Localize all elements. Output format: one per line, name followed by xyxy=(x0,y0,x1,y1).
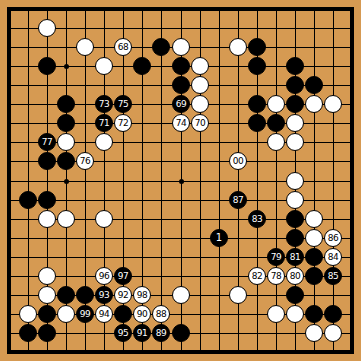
stone-white[interactable] xyxy=(172,38,190,56)
move-number-label: 91 xyxy=(137,329,147,338)
move-number-label: 81 xyxy=(290,253,300,262)
stone-black[interactable] xyxy=(57,286,75,304)
star-point xyxy=(179,179,184,184)
stone-black[interactable] xyxy=(76,286,94,304)
stone-white[interactable] xyxy=(229,286,247,304)
stone-black[interactable] xyxy=(286,76,304,94)
move-number-label: 80 xyxy=(290,272,300,281)
move-number-label: 00 xyxy=(233,157,243,166)
stone-white[interactable] xyxy=(95,210,113,228)
stone-white[interactable] xyxy=(286,191,304,209)
stone-white[interactable] xyxy=(324,95,342,113)
stone-black[interactable] xyxy=(38,57,56,75)
stone-black[interactable] xyxy=(57,114,75,132)
move-number-label: 76 xyxy=(80,157,90,166)
stone-black[interactable] xyxy=(38,324,56,342)
stone-white[interactable]: 68 xyxy=(114,38,132,56)
stone-black[interactable]: 71 xyxy=(95,114,113,132)
stone-white[interactable]: 86 xyxy=(324,229,342,247)
stone-white[interactable]: 78 xyxy=(267,267,285,285)
stone-white[interactable]: 84 xyxy=(324,248,342,266)
star-point xyxy=(64,179,69,184)
stone-black[interactable] xyxy=(286,229,304,247)
stone-black[interactable] xyxy=(248,95,266,113)
move-number-label: 79 xyxy=(271,253,281,262)
stone-black[interactable]: 99 xyxy=(76,305,94,323)
star-point xyxy=(64,64,69,69)
stone-white[interactable]: 96 xyxy=(95,267,113,285)
move-number-label: 72 xyxy=(118,119,128,128)
stone-black[interactable] xyxy=(286,286,304,304)
stone-white[interactable] xyxy=(286,114,304,132)
stone-white[interactable] xyxy=(57,133,75,151)
move-number-label: 73 xyxy=(99,100,109,109)
stone-white[interactable] xyxy=(38,267,56,285)
move-number-label: 74 xyxy=(176,119,186,128)
stone-white[interactable] xyxy=(286,305,304,323)
stone-black[interactable]: 95 xyxy=(114,324,132,342)
stone-black[interactable] xyxy=(38,305,56,323)
move-number-label: 68 xyxy=(118,43,128,52)
stone-black[interactable] xyxy=(38,191,56,209)
stone-white[interactable] xyxy=(76,38,94,56)
stone-white[interactable] xyxy=(57,210,75,228)
stone-white[interactable]: 98 xyxy=(133,286,151,304)
move-number-label: 87 xyxy=(233,196,243,205)
stone-black[interactable] xyxy=(248,114,266,132)
stone-white[interactable] xyxy=(38,210,56,228)
stone-white[interactable]: 76 xyxy=(76,152,94,170)
stone-black[interactable] xyxy=(133,57,151,75)
move-number-label: 86 xyxy=(328,234,338,243)
move-number-label: 85 xyxy=(328,272,338,281)
move-number-label: 96 xyxy=(99,272,109,281)
stone-white[interactable] xyxy=(286,133,304,151)
move-number-label: 95 xyxy=(118,329,128,338)
move-number-label: 84 xyxy=(328,253,338,262)
stone-black[interactable]: 85 xyxy=(324,267,342,285)
stone-black[interactable]: 77 xyxy=(38,133,56,151)
stone-white[interactable] xyxy=(305,210,323,228)
stone-white[interactable]: 88 xyxy=(152,305,170,323)
stone-white[interactable]: 80 xyxy=(286,267,304,285)
stone-white[interactable] xyxy=(57,305,75,323)
move-number-label: 77 xyxy=(42,138,52,147)
stone-black[interactable] xyxy=(305,76,323,94)
stone-white[interactable]: 74 xyxy=(172,114,190,132)
go-diagram: 6873756971727470777600878318679818496978… xyxy=(0,0,361,361)
move-number-label: 89 xyxy=(156,329,166,338)
stone-white[interactable] xyxy=(267,305,285,323)
stone-white[interactable] xyxy=(19,305,37,323)
move-number-label: 71 xyxy=(99,119,109,128)
stone-white[interactable]: 00 xyxy=(229,152,247,170)
stone-black[interactable]: 1 xyxy=(210,229,228,247)
stone-black[interactable] xyxy=(286,95,304,113)
stone-white[interactable] xyxy=(95,57,113,75)
stone-white[interactable] xyxy=(324,324,342,342)
move-number-label: 83 xyxy=(252,215,262,224)
stone-black[interactable] xyxy=(286,57,304,75)
stone-black[interactable] xyxy=(114,305,132,323)
move-number-label: 1 xyxy=(216,233,222,243)
stone-black[interactable] xyxy=(267,114,285,132)
move-number-label: 75 xyxy=(118,100,128,109)
stone-white[interactable]: 92 xyxy=(114,286,132,304)
stone-white[interactable]: 82 xyxy=(248,267,266,285)
move-number-label: 92 xyxy=(118,291,128,300)
go-board: 6873756971727470777600878318679818496978… xyxy=(0,0,361,361)
stone-black[interactable] xyxy=(172,76,190,94)
move-number-label: 90 xyxy=(137,310,147,319)
stone-white[interactable] xyxy=(95,133,113,151)
stone-black[interactable] xyxy=(172,57,190,75)
stone-black[interactable] xyxy=(19,324,37,342)
stone-black[interactable] xyxy=(305,248,323,266)
move-number-label: 99 xyxy=(80,310,90,319)
stone-white[interactable] xyxy=(267,95,285,113)
stone-white[interactable] xyxy=(38,286,56,304)
move-number-label: 69 xyxy=(176,100,186,109)
stone-black[interactable] xyxy=(286,210,304,228)
move-number-label: 97 xyxy=(118,272,128,281)
stone-white[interactable] xyxy=(267,133,285,151)
move-number-label: 88 xyxy=(156,310,166,319)
stone-black[interactable]: 83 xyxy=(248,210,266,228)
stone-white[interactable]: 72 xyxy=(114,114,132,132)
stone-white[interactable] xyxy=(305,324,323,342)
stone-white[interactable] xyxy=(172,286,190,304)
stone-black[interactable]: 97 xyxy=(114,267,132,285)
stone-white[interactable]: 90 xyxy=(133,305,151,323)
move-number-label: 94 xyxy=(99,310,109,319)
stone-black[interactable] xyxy=(38,152,56,170)
stone-black[interactable] xyxy=(172,324,190,342)
stone-white[interactable] xyxy=(286,172,304,190)
stone-black[interactable] xyxy=(152,38,170,56)
stone-black[interactable]: 73 xyxy=(95,95,113,113)
move-number-label: 78 xyxy=(271,272,281,281)
move-number-label: 98 xyxy=(137,291,147,300)
stone-black[interactable]: 89 xyxy=(152,324,170,342)
stone-black[interactable] xyxy=(305,305,323,323)
stone-black[interactable]: 79 xyxy=(267,248,285,266)
stone-white[interactable] xyxy=(38,19,56,37)
stone-black[interactable]: 81 xyxy=(286,248,304,266)
stone-black[interactable]: 91 xyxy=(133,324,151,342)
stone-white[interactable] xyxy=(305,95,323,113)
stone-black[interactable] xyxy=(57,152,75,170)
stone-black[interactable] xyxy=(19,191,37,209)
stone-black[interactable] xyxy=(324,305,342,323)
stone-black[interactable] xyxy=(57,95,75,113)
move-number-label: 70 xyxy=(195,119,205,128)
stone-white[interactable] xyxy=(305,229,323,247)
stone-black[interactable]: 93 xyxy=(95,286,113,304)
stone-black[interactable] xyxy=(248,57,266,75)
move-number-label: 82 xyxy=(252,272,262,281)
stone-white[interactable]: 94 xyxy=(95,305,113,323)
stone-white[interactable] xyxy=(191,57,209,75)
stone-white[interactable]: 70 xyxy=(191,114,209,132)
stone-black[interactable] xyxy=(305,267,323,285)
stone-white[interactable] xyxy=(229,38,247,56)
stone-black[interactable] xyxy=(248,38,266,56)
stone-white[interactable] xyxy=(191,95,209,113)
stone-black[interactable]: 69 xyxy=(172,95,190,113)
move-number-label: 93 xyxy=(99,291,109,300)
stone-black[interactable]: 87 xyxy=(229,191,247,209)
stone-white[interactable] xyxy=(191,76,209,94)
stone-black[interactable]: 75 xyxy=(114,95,132,113)
